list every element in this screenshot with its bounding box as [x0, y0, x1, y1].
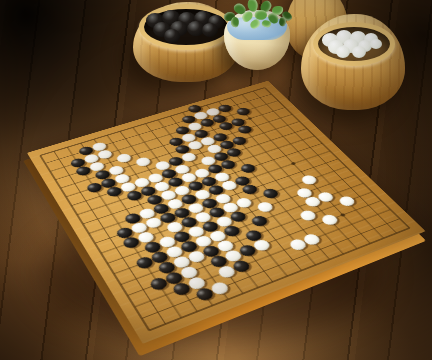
plant-leaf — [249, 18, 261, 29]
star-point — [340, 213, 346, 217]
white-bowl-stone — [352, 46, 366, 58]
white-bowl-opening — [313, 22, 395, 66]
black-bowl-stone — [202, 23, 218, 37]
black-stone — [249, 214, 269, 227]
white-stone — [337, 195, 357, 208]
white-stone — [134, 156, 152, 168]
star-point — [247, 117, 252, 120]
white-stone-bowl — [301, 14, 405, 110]
black-stone — [239, 163, 258, 175]
white-bowl-stone — [370, 39, 382, 49]
white-stone — [298, 209, 318, 222]
black-stone — [85, 181, 104, 193]
black-stone — [261, 187, 281, 200]
white-bowl-stone — [336, 46, 350, 58]
plant-leaf — [230, 16, 240, 27]
white-stone — [299, 174, 319, 186]
plant-foliage — [222, 0, 294, 32]
go-scene — [0, 0, 432, 360]
white-stone — [319, 213, 340, 226]
white-stone — [255, 201, 275, 214]
white-stone — [115, 152, 133, 163]
black-bowl-opening — [139, 4, 233, 50]
black-bowl-stone — [164, 29, 180, 43]
star-point — [291, 162, 297, 165]
black-stone — [235, 107, 252, 117]
